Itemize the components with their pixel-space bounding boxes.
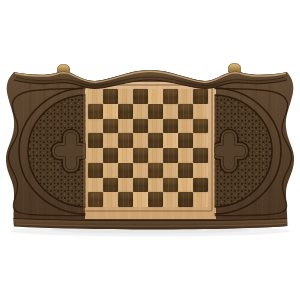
square-b6 [103,119,118,134]
square-d6 [133,119,148,134]
square-h2 [193,178,208,193]
square-g2 [178,178,193,193]
square-b4 [103,148,118,163]
square-e5 [148,133,163,148]
square-e3 [148,163,163,178]
square-c5 [118,133,133,148]
square-a8 [88,89,103,104]
square-h8 [193,89,208,104]
square-a7 [88,104,103,119]
square-c6 [118,119,133,134]
square-a6 [88,119,103,134]
square-h7 [193,104,208,119]
square-d3 [133,163,148,178]
square-d8 [133,89,148,104]
square-h1 [193,192,208,207]
product-photo [0,0,300,300]
hinge-right-icon [229,64,241,73]
square-g3 [178,163,193,178]
square-d7 [133,104,148,119]
square-c3 [118,163,133,178]
square-d2 [133,178,148,193]
square-f3 [163,163,178,178]
square-b8 [103,89,118,104]
square-a2 [88,178,103,193]
square-e4 [148,148,163,163]
square-g7 [178,104,193,119]
square-b7 [103,104,118,119]
square-d4 [133,148,148,163]
square-a1 [88,192,103,207]
chessboard [88,89,208,207]
square-h4 [193,148,208,163]
square-c8 [118,89,133,104]
square-e2 [148,178,163,193]
square-g5 [178,133,193,148]
square-c2 [118,178,133,193]
square-a3 [88,163,103,178]
square-f7 [163,104,178,119]
square-f8 [163,89,178,104]
square-b5 [103,133,118,148]
square-e1 [148,192,163,207]
square-c4 [118,148,133,163]
square-h6 [193,119,208,134]
square-b1 [103,192,118,207]
square-e6 [148,119,163,134]
square-h5 [193,133,208,148]
square-h3 [193,163,208,178]
square-a5 [88,133,103,148]
square-g4 [178,148,193,163]
square-b2 [103,178,118,193]
square-e7 [148,104,163,119]
square-f5 [163,133,178,148]
square-d5 [133,133,148,148]
square-f1 [163,192,178,207]
square-e8 [148,89,163,104]
square-g1 [178,192,193,207]
square-c1 [118,192,133,207]
square-f4 [163,148,178,163]
square-a4 [88,148,103,163]
square-f2 [163,178,178,193]
square-g6 [178,119,193,134]
square-f6 [163,119,178,134]
square-c7 [118,104,133,119]
hinge-left-icon [58,65,70,73]
square-d1 [133,192,148,207]
square-b3 [103,163,118,178]
square-g8 [178,89,193,104]
